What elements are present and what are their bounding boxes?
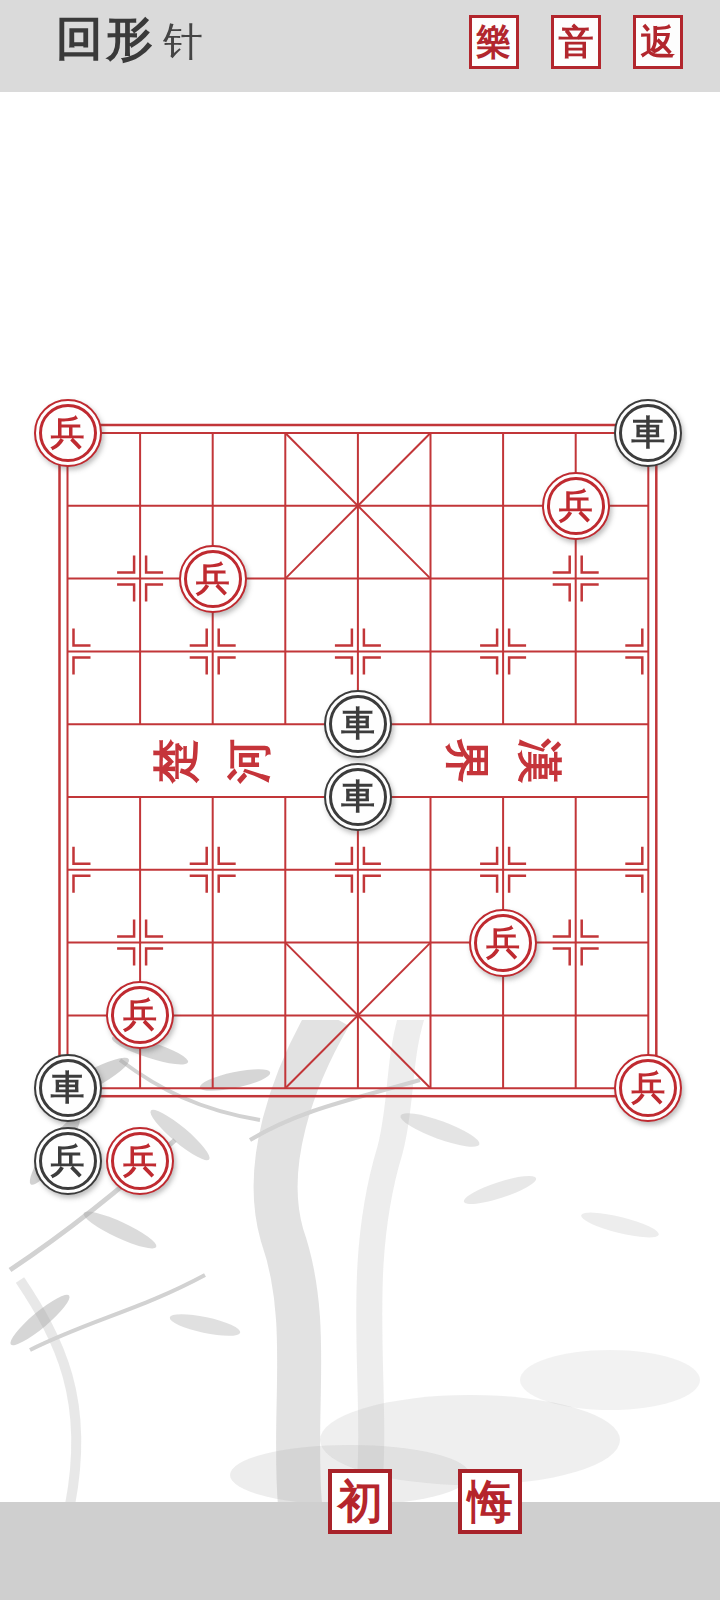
piece-black-車-f4r5[interactable]: 車	[324, 763, 392, 831]
piece-glyph: 車	[51, 1071, 85, 1105]
page-title: 回形针	[56, 8, 206, 71]
sound-button[interactable]: 音	[551, 15, 601, 69]
page-title-main: 回形	[56, 13, 156, 65]
back-button[interactable]: 返	[633, 15, 683, 69]
piece-glyph: 車	[631, 416, 665, 450]
piece-red-兵-f7r1[interactable]: 兵	[542, 472, 610, 540]
piece-red-兵-f6r7[interactable]: 兵	[469, 909, 537, 977]
piece-glyph: 車	[341, 780, 375, 814]
piece-black-兵-f0r10[interactable]: 兵	[34, 1127, 102, 1195]
piece-glyph: 兵	[196, 562, 230, 596]
piece-red-兵-f2r2[interactable]: 兵	[179, 545, 247, 613]
river-label-left-1: 河	[219, 738, 279, 783]
reset-button[interactable]: 初	[328, 1469, 392, 1534]
piece-glyph: 車	[341, 707, 375, 741]
page-title-light: 针	[163, 19, 206, 64]
piece-glyph: 兵	[123, 1144, 157, 1178]
piece-glyph: 兵	[123, 998, 157, 1032]
piece-red-兵-f1r8[interactable]: 兵	[106, 981, 174, 1049]
piece-glyph: 兵	[631, 1071, 665, 1105]
piece-glyph: 兵	[559, 489, 593, 523]
piece-black-車-f4r4[interactable]: 車	[324, 690, 392, 758]
river-label-left-0: 楚	[146, 738, 206, 783]
river-label-right-1: 漢	[509, 738, 569, 783]
river-label-right-0: 界	[437, 738, 497, 783]
piece-red-兵-f0r0[interactable]: 兵	[34, 399, 102, 467]
piece-glyph: 兵	[486, 926, 520, 960]
piece-glyph: 兵	[51, 416, 85, 450]
music-button[interactable]: 樂	[469, 15, 519, 69]
piece-black-車-f0r9[interactable]: 車	[34, 1054, 102, 1122]
undo-button[interactable]: 悔	[458, 1469, 522, 1534]
app-screen: 回形针 樂 音 返 初 悔 楚河界漢兵車兵兵車車兵兵車兵兵兵	[0, 0, 720, 1600]
piece-red-兵-f1r10[interactable]: 兵	[106, 1127, 174, 1195]
piece-red-兵-f8r9[interactable]: 兵	[614, 1054, 682, 1122]
piece-glyph: 兵	[51, 1144, 85, 1178]
piece-black-車-f8r0[interactable]: 車	[614, 399, 682, 467]
